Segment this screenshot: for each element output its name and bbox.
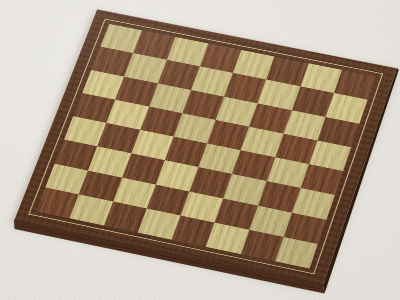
board-field [36,24,376,269]
scene [0,0,400,300]
